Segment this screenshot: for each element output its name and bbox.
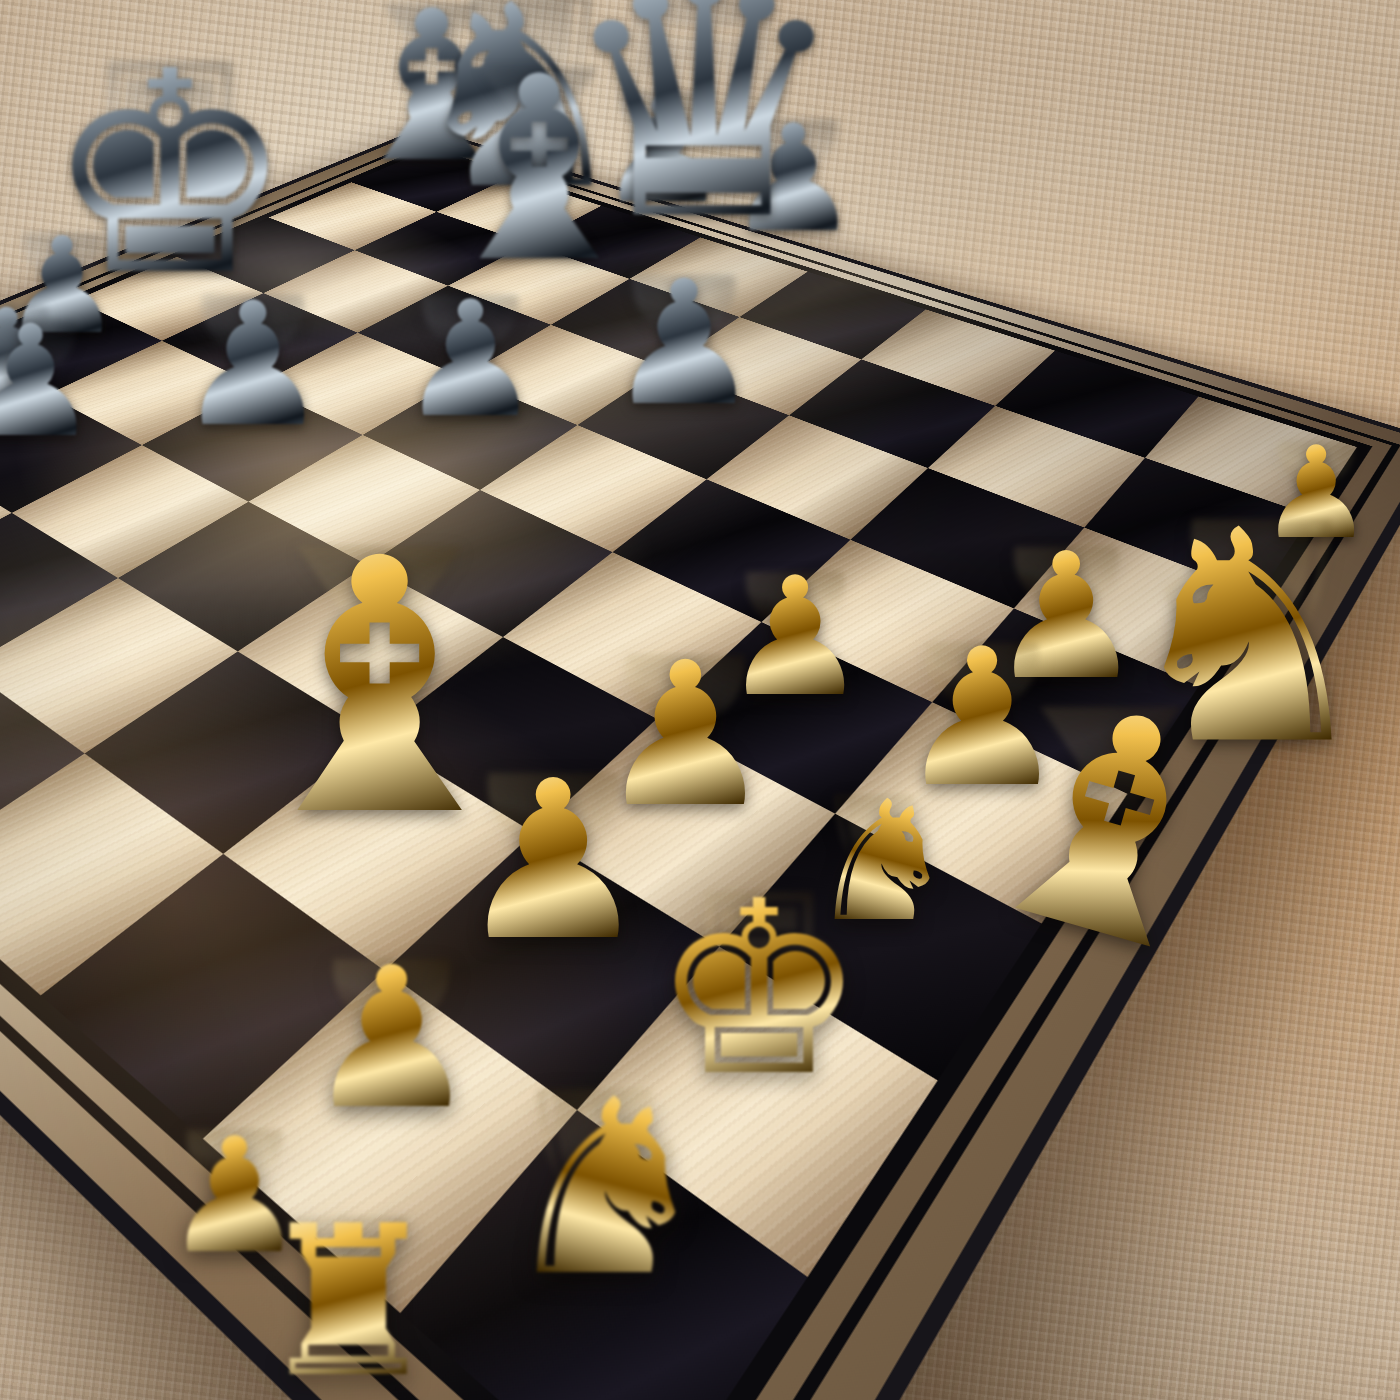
chess-photo-stage: ♝♝♞♞♝♝♚♚♟♟♟♟♟♟♟♟♟♟♝♝♟♟♟♟♟♟♟♟♟♟♟♟♞♞♚♚♞♞♟♟… [0, 0, 1400, 1400]
board-grid [0, 150, 1357, 1400]
chess-board [0, 127, 1400, 1400]
board-scene [0, 0, 1400, 1400]
